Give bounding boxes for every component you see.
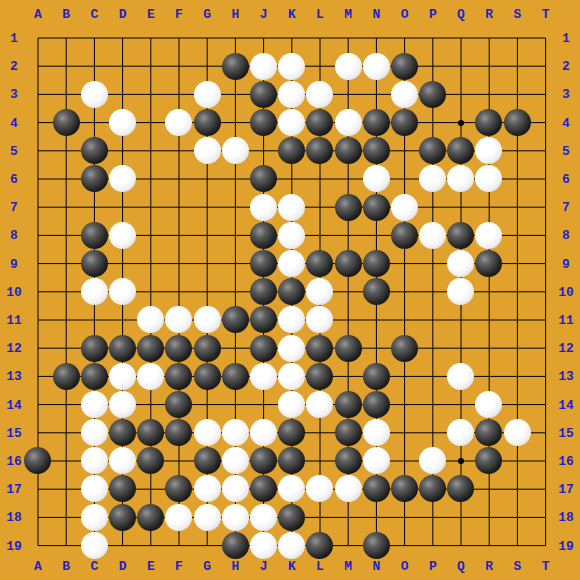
- intersection-D16[interactable]: [108, 447, 136, 475]
- intersection-A19[interactable]: [24, 531, 52, 559]
- intersection-F18[interactable]: [165, 503, 193, 531]
- intersection-S8[interactable]: [503, 221, 531, 249]
- intersection-Q2[interactable]: [447, 52, 475, 80]
- intersection-A16[interactable]: [24, 447, 52, 475]
- intersection-G9[interactable]: [193, 249, 221, 277]
- intersection-H11[interactable]: [221, 306, 249, 334]
- intersection-H13[interactable]: [221, 362, 249, 390]
- intersection-J10[interactable]: [249, 278, 277, 306]
- intersection-L4[interactable]: [306, 108, 334, 136]
- intersection-G3[interactable]: [193, 80, 221, 108]
- intersection-E17[interactable]: [137, 475, 165, 503]
- intersection-F16[interactable]: [165, 447, 193, 475]
- intersection-B7[interactable]: [52, 193, 80, 221]
- intersection-H10[interactable]: [221, 278, 249, 306]
- intersection-D9[interactable]: [108, 249, 136, 277]
- intersection-J15[interactable]: [249, 419, 277, 447]
- intersection-S12[interactable]: [503, 334, 531, 362]
- intersection-C5[interactable]: [80, 137, 108, 165]
- intersection-Q8[interactable]: [447, 221, 475, 249]
- intersection-F3[interactable]: [165, 80, 193, 108]
- intersection-P9[interactable]: [419, 249, 447, 277]
- intersection-D7[interactable]: [108, 193, 136, 221]
- intersection-N11[interactable]: [362, 306, 390, 334]
- intersection-S10[interactable]: [503, 278, 531, 306]
- intersection-L16[interactable]: [306, 447, 334, 475]
- intersection-A4[interactable]: [24, 108, 52, 136]
- intersection-H9[interactable]: [221, 249, 249, 277]
- intersection-F1[interactable]: [165, 24, 193, 52]
- intersection-B12[interactable]: [52, 334, 80, 362]
- intersection-J19[interactable]: [249, 531, 277, 559]
- intersection-B1[interactable]: [52, 24, 80, 52]
- intersection-T12[interactable]: [531, 334, 559, 362]
- intersection-Q16[interactable]: [447, 447, 475, 475]
- intersection-A14[interactable]: [24, 390, 52, 418]
- intersection-O15[interactable]: [390, 419, 418, 447]
- intersection-T19[interactable]: [531, 531, 559, 559]
- intersection-F19[interactable]: [165, 531, 193, 559]
- intersection-G12[interactable]: [193, 334, 221, 362]
- intersection-R4[interactable]: [475, 108, 503, 136]
- intersection-O5[interactable]: [390, 137, 418, 165]
- intersection-M15[interactable]: [334, 419, 362, 447]
- intersection-A5[interactable]: [24, 137, 52, 165]
- intersection-R12[interactable]: [475, 334, 503, 362]
- intersection-B9[interactable]: [52, 249, 80, 277]
- intersection-R3[interactable]: [475, 80, 503, 108]
- intersection-A2[interactable]: [24, 52, 52, 80]
- intersection-Q11[interactable]: [447, 306, 475, 334]
- intersection-O13[interactable]: [390, 362, 418, 390]
- intersection-M17[interactable]: [334, 475, 362, 503]
- intersection-D13[interactable]: [108, 362, 136, 390]
- intersection-T6[interactable]: [531, 165, 559, 193]
- intersection-S3[interactable]: [503, 80, 531, 108]
- intersection-F7[interactable]: [165, 193, 193, 221]
- intersection-M11[interactable]: [334, 306, 362, 334]
- intersection-C19[interactable]: [80, 531, 108, 559]
- intersection-A6[interactable]: [24, 165, 52, 193]
- intersection-E10[interactable]: [137, 278, 165, 306]
- intersection-E2[interactable]: [137, 52, 165, 80]
- intersection-M1[interactable]: [334, 24, 362, 52]
- intersection-H4[interactable]: [221, 108, 249, 136]
- intersection-L6[interactable]: [306, 165, 334, 193]
- intersection-C15[interactable]: [80, 419, 108, 447]
- intersection-A12[interactable]: [24, 334, 52, 362]
- intersection-S15[interactable]: [503, 419, 531, 447]
- intersection-N19[interactable]: [362, 531, 390, 559]
- intersection-B13[interactable]: [52, 362, 80, 390]
- intersection-Q12[interactable]: [447, 334, 475, 362]
- intersection-Q7[interactable]: [447, 193, 475, 221]
- intersection-Q4[interactable]: [447, 108, 475, 136]
- intersection-F13[interactable]: [165, 362, 193, 390]
- intersection-R15[interactable]: [475, 419, 503, 447]
- intersection-O16[interactable]: [390, 447, 418, 475]
- intersection-K8[interactable]: [278, 221, 306, 249]
- intersection-B19[interactable]: [52, 531, 80, 559]
- intersection-G2[interactable]: [193, 52, 221, 80]
- intersection-F9[interactable]: [165, 249, 193, 277]
- intersection-A15[interactable]: [24, 419, 52, 447]
- intersection-M5[interactable]: [334, 137, 362, 165]
- intersection-L7[interactable]: [306, 193, 334, 221]
- intersection-G15[interactable]: [193, 419, 221, 447]
- intersection-C2[interactable]: [80, 52, 108, 80]
- intersection-S16[interactable]: [503, 447, 531, 475]
- intersection-C11[interactable]: [80, 306, 108, 334]
- intersection-E1[interactable]: [137, 24, 165, 52]
- intersection-K11[interactable]: [278, 306, 306, 334]
- intersection-R1[interactable]: [475, 24, 503, 52]
- intersection-P5[interactable]: [419, 137, 447, 165]
- intersection-H17[interactable]: [221, 475, 249, 503]
- intersection-R11[interactable]: [475, 306, 503, 334]
- intersection-C7[interactable]: [80, 193, 108, 221]
- intersection-R17[interactable]: [475, 475, 503, 503]
- intersection-G13[interactable]: [193, 362, 221, 390]
- intersection-Q6[interactable]: [447, 165, 475, 193]
- intersection-N16[interactable]: [362, 447, 390, 475]
- intersection-M16[interactable]: [334, 447, 362, 475]
- intersection-N8[interactable]: [362, 221, 390, 249]
- intersection-P7[interactable]: [419, 193, 447, 221]
- intersection-O2[interactable]: [390, 52, 418, 80]
- intersection-P17[interactable]: [419, 475, 447, 503]
- intersection-F14[interactable]: [165, 390, 193, 418]
- intersection-M8[interactable]: [334, 221, 362, 249]
- intersection-C13[interactable]: [80, 362, 108, 390]
- intersection-E8[interactable]: [137, 221, 165, 249]
- intersection-K9[interactable]: [278, 249, 306, 277]
- intersection-P8[interactable]: [419, 221, 447, 249]
- intersection-F17[interactable]: [165, 475, 193, 503]
- intersection-H1[interactable]: [221, 24, 249, 52]
- intersection-E5[interactable]: [137, 137, 165, 165]
- intersection-J12[interactable]: [249, 334, 277, 362]
- intersection-N3[interactable]: [362, 80, 390, 108]
- intersection-Q9[interactable]: [447, 249, 475, 277]
- intersection-T15[interactable]: [531, 419, 559, 447]
- intersection-A17[interactable]: [24, 475, 52, 503]
- intersection-B5[interactable]: [52, 137, 80, 165]
- intersection-C8[interactable]: [80, 221, 108, 249]
- intersection-D3[interactable]: [108, 80, 136, 108]
- intersection-K19[interactable]: [278, 531, 306, 559]
- intersection-G6[interactable]: [193, 165, 221, 193]
- intersection-H7[interactable]: [221, 193, 249, 221]
- intersection-C12[interactable]: [80, 334, 108, 362]
- intersection-O3[interactable]: [390, 80, 418, 108]
- intersection-L1[interactable]: [306, 24, 334, 52]
- intersection-T8[interactable]: [531, 221, 559, 249]
- intersection-R19[interactable]: [475, 531, 503, 559]
- intersection-F4[interactable]: [165, 108, 193, 136]
- intersection-B6[interactable]: [52, 165, 80, 193]
- intersection-H19[interactable]: [221, 531, 249, 559]
- intersection-D5[interactable]: [108, 137, 136, 165]
- intersection-M3[interactable]: [334, 80, 362, 108]
- intersection-T4[interactable]: [531, 108, 559, 136]
- intersection-P4[interactable]: [419, 108, 447, 136]
- intersection-O17[interactable]: [390, 475, 418, 503]
- intersection-K16[interactable]: [278, 447, 306, 475]
- intersection-E7[interactable]: [137, 193, 165, 221]
- intersection-M2[interactable]: [334, 52, 362, 80]
- intersection-P18[interactable]: [419, 503, 447, 531]
- intersection-M18[interactable]: [334, 503, 362, 531]
- intersection-L15[interactable]: [306, 419, 334, 447]
- intersection-E4[interactable]: [137, 108, 165, 136]
- intersection-P12[interactable]: [419, 334, 447, 362]
- intersection-N15[interactable]: [362, 419, 390, 447]
- intersection-P3[interactable]: [419, 80, 447, 108]
- intersection-E19[interactable]: [137, 531, 165, 559]
- intersection-S4[interactable]: [503, 108, 531, 136]
- intersection-G10[interactable]: [193, 278, 221, 306]
- intersection-M10[interactable]: [334, 278, 362, 306]
- intersection-R13[interactable]: [475, 362, 503, 390]
- intersection-G7[interactable]: [193, 193, 221, 221]
- intersection-R10[interactable]: [475, 278, 503, 306]
- intersection-F11[interactable]: [165, 306, 193, 334]
- intersection-O10[interactable]: [390, 278, 418, 306]
- intersection-T11[interactable]: [531, 306, 559, 334]
- intersection-B14[interactable]: [52, 390, 80, 418]
- intersection-K18[interactable]: [278, 503, 306, 531]
- intersection-G11[interactable]: [193, 306, 221, 334]
- intersection-S19[interactable]: [503, 531, 531, 559]
- intersection-M13[interactable]: [334, 362, 362, 390]
- intersection-N1[interactable]: [362, 24, 390, 52]
- intersection-F12[interactable]: [165, 334, 193, 362]
- intersection-H8[interactable]: [221, 221, 249, 249]
- intersection-C14[interactable]: [80, 390, 108, 418]
- intersection-G19[interactable]: [193, 531, 221, 559]
- intersection-R9[interactable]: [475, 249, 503, 277]
- intersection-D6[interactable]: [108, 165, 136, 193]
- intersection-K17[interactable]: [278, 475, 306, 503]
- intersection-J4[interactable]: [249, 108, 277, 136]
- intersection-D4[interactable]: [108, 108, 136, 136]
- intersection-P14[interactable]: [419, 390, 447, 418]
- intersection-L3[interactable]: [306, 80, 334, 108]
- intersection-R14[interactable]: [475, 390, 503, 418]
- intersection-J1[interactable]: [249, 24, 277, 52]
- intersection-D2[interactable]: [108, 52, 136, 80]
- intersection-D11[interactable]: [108, 306, 136, 334]
- intersection-K10[interactable]: [278, 278, 306, 306]
- intersection-D12[interactable]: [108, 334, 136, 362]
- intersection-O12[interactable]: [390, 334, 418, 362]
- intersection-J7[interactable]: [249, 193, 277, 221]
- intersection-B10[interactable]: [52, 278, 80, 306]
- intersection-N6[interactable]: [362, 165, 390, 193]
- intersection-O9[interactable]: [390, 249, 418, 277]
- intersection-L9[interactable]: [306, 249, 334, 277]
- intersection-H2[interactable]: [221, 52, 249, 80]
- intersection-K7[interactable]: [278, 193, 306, 221]
- intersection-N13[interactable]: [362, 362, 390, 390]
- intersection-E15[interactable]: [137, 419, 165, 447]
- intersection-B3[interactable]: [52, 80, 80, 108]
- intersection-T16[interactable]: [531, 447, 559, 475]
- intersection-N5[interactable]: [362, 137, 390, 165]
- intersection-N14[interactable]: [362, 390, 390, 418]
- intersection-H3[interactable]: [221, 80, 249, 108]
- intersection-P6[interactable]: [419, 165, 447, 193]
- intersection-C9[interactable]: [80, 249, 108, 277]
- intersection-K6[interactable]: [278, 165, 306, 193]
- intersection-B4[interactable]: [52, 108, 80, 136]
- intersection-C10[interactable]: [80, 278, 108, 306]
- intersection-J9[interactable]: [249, 249, 277, 277]
- intersection-T14[interactable]: [531, 390, 559, 418]
- intersection-M9[interactable]: [334, 249, 362, 277]
- intersection-T10[interactable]: [531, 278, 559, 306]
- intersection-G16[interactable]: [193, 447, 221, 475]
- intersection-K15[interactable]: [278, 419, 306, 447]
- intersection-S2[interactable]: [503, 52, 531, 80]
- intersection-L17[interactable]: [306, 475, 334, 503]
- intersection-N12[interactable]: [362, 334, 390, 362]
- intersection-M14[interactable]: [334, 390, 362, 418]
- intersection-J11[interactable]: [249, 306, 277, 334]
- intersection-N4[interactable]: [362, 108, 390, 136]
- intersection-K1[interactable]: [278, 24, 306, 52]
- intersection-E14[interactable]: [137, 390, 165, 418]
- intersection-B18[interactable]: [52, 503, 80, 531]
- intersection-R16[interactable]: [475, 447, 503, 475]
- intersection-N17[interactable]: [362, 475, 390, 503]
- intersection-T9[interactable]: [531, 249, 559, 277]
- intersection-A13[interactable]: [24, 362, 52, 390]
- intersection-T13[interactable]: [531, 362, 559, 390]
- intersection-E3[interactable]: [137, 80, 165, 108]
- intersection-N7[interactable]: [362, 193, 390, 221]
- intersection-O1[interactable]: [390, 24, 418, 52]
- intersection-M19[interactable]: [334, 531, 362, 559]
- intersection-S18[interactable]: [503, 503, 531, 531]
- intersection-S13[interactable]: [503, 362, 531, 390]
- intersection-S7[interactable]: [503, 193, 531, 221]
- intersection-R18[interactable]: [475, 503, 503, 531]
- intersection-D8[interactable]: [108, 221, 136, 249]
- intersection-O14[interactable]: [390, 390, 418, 418]
- intersection-J18[interactable]: [249, 503, 277, 531]
- intersection-N10[interactable]: [362, 278, 390, 306]
- intersection-E11[interactable]: [137, 306, 165, 334]
- intersection-E13[interactable]: [137, 362, 165, 390]
- intersection-K4[interactable]: [278, 108, 306, 136]
- intersection-E16[interactable]: [137, 447, 165, 475]
- intersection-Q18[interactable]: [447, 503, 475, 531]
- intersection-H5[interactable]: [221, 137, 249, 165]
- intersection-T3[interactable]: [531, 80, 559, 108]
- intersection-L18[interactable]: [306, 503, 334, 531]
- intersection-A18[interactable]: [24, 503, 52, 531]
- intersection-B15[interactable]: [52, 419, 80, 447]
- intersection-J17[interactable]: [249, 475, 277, 503]
- intersection-D19[interactable]: [108, 531, 136, 559]
- intersection-L5[interactable]: [306, 137, 334, 165]
- intersection-J5[interactable]: [249, 137, 277, 165]
- intersection-T18[interactable]: [531, 503, 559, 531]
- intersection-Q17[interactable]: [447, 475, 475, 503]
- intersection-S5[interactable]: [503, 137, 531, 165]
- intersection-F5[interactable]: [165, 137, 193, 165]
- intersection-O6[interactable]: [390, 165, 418, 193]
- intersection-G14[interactable]: [193, 390, 221, 418]
- intersection-R5[interactable]: [475, 137, 503, 165]
- intersection-M4[interactable]: [334, 108, 362, 136]
- intersection-S6[interactable]: [503, 165, 531, 193]
- intersection-Q15[interactable]: [447, 419, 475, 447]
- intersection-N2[interactable]: [362, 52, 390, 80]
- intersection-R2[interactable]: [475, 52, 503, 80]
- intersection-P13[interactable]: [419, 362, 447, 390]
- intersection-D14[interactable]: [108, 390, 136, 418]
- intersection-D1[interactable]: [108, 24, 136, 52]
- intersection-G5[interactable]: [193, 137, 221, 165]
- intersection-K5[interactable]: [278, 137, 306, 165]
- intersection-B16[interactable]: [52, 447, 80, 475]
- intersection-L14[interactable]: [306, 390, 334, 418]
- intersection-T5[interactable]: [531, 137, 559, 165]
- intersection-J8[interactable]: [249, 221, 277, 249]
- intersection-Q19[interactable]: [447, 531, 475, 559]
- intersection-L10[interactable]: [306, 278, 334, 306]
- intersection-E12[interactable]: [137, 334, 165, 362]
- intersection-G1[interactable]: [193, 24, 221, 52]
- intersection-T2[interactable]: [531, 52, 559, 80]
- intersection-O11[interactable]: [390, 306, 418, 334]
- intersection-A9[interactable]: [24, 249, 52, 277]
- intersection-P1[interactable]: [419, 24, 447, 52]
- intersection-C17[interactable]: [80, 475, 108, 503]
- intersection-K2[interactable]: [278, 52, 306, 80]
- intersection-E9[interactable]: [137, 249, 165, 277]
- intersection-F6[interactable]: [165, 165, 193, 193]
- intersection-L19[interactable]: [306, 531, 334, 559]
- intersection-T1[interactable]: [531, 24, 559, 52]
- intersection-H18[interactable]: [221, 503, 249, 531]
- intersection-D18[interactable]: [108, 503, 136, 531]
- intersection-S14[interactable]: [503, 390, 531, 418]
- intersection-R6[interactable]: [475, 165, 503, 193]
- intersection-H14[interactable]: [221, 390, 249, 418]
- intersection-S1[interactable]: [503, 24, 531, 52]
- intersection-C16[interactable]: [80, 447, 108, 475]
- intersection-Q10[interactable]: [447, 278, 475, 306]
- intersection-A10[interactable]: [24, 278, 52, 306]
- intersection-A1[interactable]: [24, 24, 52, 52]
- intersection-P15[interactable]: [419, 419, 447, 447]
- intersection-C18[interactable]: [80, 503, 108, 531]
- intersection-M7[interactable]: [334, 193, 362, 221]
- intersection-D15[interactable]: [108, 419, 136, 447]
- intersection-H12[interactable]: [221, 334, 249, 362]
- intersection-S17[interactable]: [503, 475, 531, 503]
- intersection-H6[interactable]: [221, 165, 249, 193]
- intersection-O4[interactable]: [390, 108, 418, 136]
- intersection-C6[interactable]: [80, 165, 108, 193]
- intersection-E18[interactable]: [137, 503, 165, 531]
- intersection-J16[interactable]: [249, 447, 277, 475]
- intersection-J6[interactable]: [249, 165, 277, 193]
